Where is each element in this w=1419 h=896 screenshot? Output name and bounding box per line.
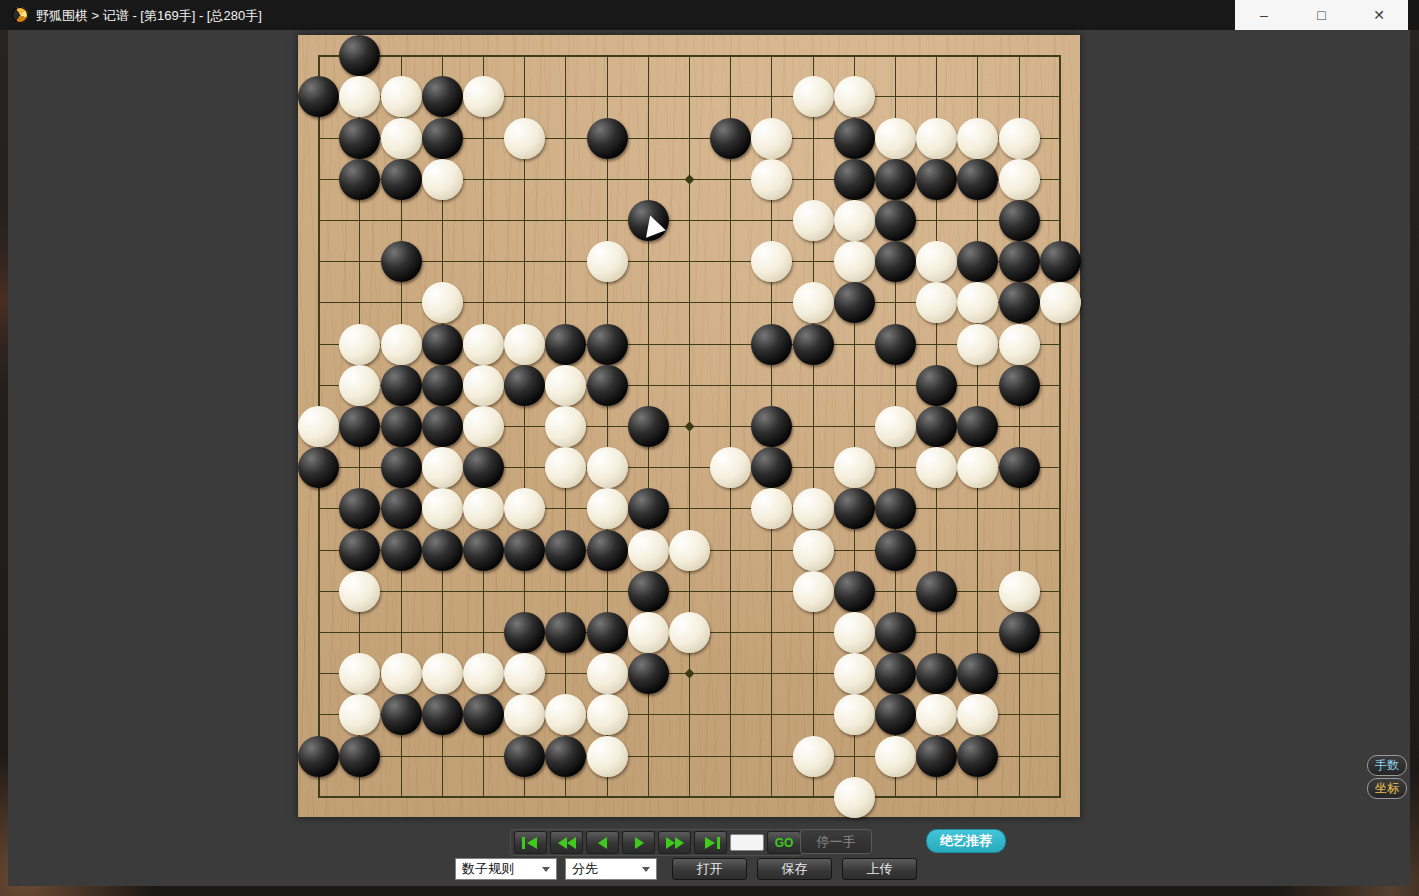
nav-jump-start-button[interactable]	[514, 831, 547, 854]
black-stone	[628, 571, 669, 612]
white-stone	[751, 159, 792, 200]
black-stone	[381, 447, 422, 488]
white-stone	[793, 530, 834, 571]
black-stone	[381, 488, 422, 529]
white-stone	[545, 694, 586, 735]
black-stone	[339, 530, 380, 571]
black-stone	[875, 241, 916, 282]
white-stone	[339, 365, 380, 406]
maximize-button[interactable]: □	[1293, 0, 1351, 30]
jump-start-icon	[519, 835, 543, 851]
black-stone	[422, 118, 463, 159]
black-stone	[957, 406, 998, 447]
grid-line-vertical	[1059, 55, 1061, 799]
fast-backward-icon	[555, 835, 579, 851]
white-stone	[875, 736, 916, 777]
go-button[interactable]: GO	[767, 831, 801, 854]
white-stone	[957, 282, 998, 323]
grid-line-vertical	[730, 55, 731, 799]
white-stone	[339, 694, 380, 735]
white-stone	[422, 447, 463, 488]
white-stone	[381, 324, 422, 365]
black-stone	[751, 406, 792, 447]
black-stone	[875, 530, 916, 571]
white-stone	[587, 736, 628, 777]
white-stone	[545, 365, 586, 406]
white-stone	[916, 118, 957, 159]
black-stone	[834, 118, 875, 159]
black-stone	[628, 406, 669, 447]
black-stone	[834, 159, 875, 200]
white-stone	[875, 406, 916, 447]
white-stone	[999, 324, 1040, 365]
white-stone	[751, 241, 792, 282]
black-stone	[875, 324, 916, 365]
white-stone	[999, 118, 1040, 159]
white-stone	[339, 324, 380, 365]
white-stone	[793, 200, 834, 241]
white-stone	[1040, 282, 1081, 323]
white-stone	[463, 365, 504, 406]
black-stone	[587, 365, 628, 406]
black-stone	[422, 324, 463, 365]
white-stone	[834, 447, 875, 488]
black-stone	[1040, 241, 1081, 282]
black-stone	[793, 324, 834, 365]
black-stone	[381, 694, 422, 735]
black-stone	[957, 653, 998, 694]
nav-fast-forward-button[interactable]	[658, 831, 691, 854]
black-stone	[422, 406, 463, 447]
save-button[interactable]: 保存	[757, 858, 832, 880]
white-stone	[587, 653, 628, 694]
black-stone	[587, 612, 628, 653]
black-stone	[916, 406, 957, 447]
black-stone	[587, 324, 628, 365]
white-stone	[504, 118, 545, 159]
black-stone	[875, 200, 916, 241]
white-stone	[381, 76, 422, 117]
black-stone	[875, 612, 916, 653]
foxgo-logo-icon	[12, 7, 28, 23]
white-stone	[916, 447, 957, 488]
grid-line-vertical	[813, 55, 814, 799]
white-stone	[545, 406, 586, 447]
black-stone	[339, 406, 380, 447]
white-stone	[422, 159, 463, 200]
titlebar-edge	[1408, 0, 1419, 30]
white-stone	[587, 447, 628, 488]
white-stone	[422, 653, 463, 694]
white-stone	[628, 612, 669, 653]
rules-dropdown-value: 数子规则	[462, 860, 514, 878]
white-stone	[422, 488, 463, 529]
black-stone	[381, 365, 422, 406]
white-stone	[587, 488, 628, 529]
white-stone	[669, 530, 710, 571]
black-stone	[381, 530, 422, 571]
white-stone	[793, 571, 834, 612]
white-stone	[628, 530, 669, 571]
black-stone	[999, 447, 1040, 488]
black-stone	[751, 324, 792, 365]
black-stone	[339, 159, 380, 200]
black-stone	[463, 447, 504, 488]
black-stone	[339, 118, 380, 159]
black-stone	[834, 282, 875, 323]
white-stone	[751, 118, 792, 159]
white-stone	[504, 324, 545, 365]
white-stone	[463, 653, 504, 694]
step-forward-icon	[627, 835, 651, 851]
white-stone	[339, 653, 380, 694]
black-stone	[381, 406, 422, 447]
black-stone	[957, 159, 998, 200]
white-stone	[339, 76, 380, 117]
ai-recommend-button[interactable]: 绝艺推荐	[926, 829, 1006, 853]
black-stone	[463, 530, 504, 571]
white-stone	[504, 694, 545, 735]
white-stone	[875, 118, 916, 159]
black-stone	[875, 159, 916, 200]
chevron-down-icon	[542, 867, 550, 872]
white-stone	[916, 694, 957, 735]
white-stone	[298, 406, 339, 447]
app-main: GO 停一手 绝艺推荐 数子规则 分先 打开 保存 上传 手数 坐标	[8, 30, 1410, 886]
black-stone	[916, 653, 957, 694]
pass-button[interactable]: 停一手	[800, 829, 872, 854]
black-stone	[298, 447, 339, 488]
window-caption-buttons: – □ ✕	[1235, 0, 1408, 30]
white-stone	[463, 488, 504, 529]
white-stone	[834, 241, 875, 282]
open-button[interactable]: 打开	[672, 858, 747, 880]
black-stone	[545, 324, 586, 365]
white-stone	[381, 653, 422, 694]
white-stone	[834, 777, 875, 818]
white-stone	[793, 282, 834, 323]
black-stone	[916, 159, 957, 200]
upload-button[interactable]: 上传	[842, 858, 917, 880]
white-stone	[793, 736, 834, 777]
white-stone	[793, 76, 834, 117]
black-stone	[999, 365, 1040, 406]
white-stone	[834, 653, 875, 694]
go-board[interactable]	[298, 35, 1080, 817]
black-stone	[339, 35, 380, 76]
black-stone	[999, 612, 1040, 653]
handicap-dropdown-value: 分先	[572, 860, 598, 878]
star-point	[684, 669, 694, 679]
nav-jump-end-button[interactable]	[694, 831, 727, 854]
white-stone	[999, 571, 1040, 612]
move-numbers-toggle[interactable]: 手数	[1367, 755, 1407, 776]
white-stone	[504, 488, 545, 529]
white-stone	[463, 76, 504, 117]
last-move-stone	[628, 200, 669, 241]
black-stone	[422, 694, 463, 735]
black-stone	[504, 365, 545, 406]
white-stone	[545, 447, 586, 488]
black-stone	[875, 488, 916, 529]
white-stone	[669, 612, 710, 653]
black-stone	[339, 488, 380, 529]
white-stone	[957, 694, 998, 735]
black-stone	[504, 736, 545, 777]
white-stone	[834, 612, 875, 653]
white-stone	[463, 324, 504, 365]
white-stone	[834, 76, 875, 117]
move-number-input[interactable]	[730, 834, 764, 851]
black-stone	[298, 76, 339, 117]
white-stone	[463, 406, 504, 447]
step-backward-icon	[591, 835, 615, 851]
white-stone	[339, 571, 380, 612]
black-stone	[628, 653, 669, 694]
black-stone	[834, 488, 875, 529]
black-stone	[422, 530, 463, 571]
black-stone	[587, 118, 628, 159]
white-stone	[504, 653, 545, 694]
black-stone	[957, 736, 998, 777]
black-stone	[422, 76, 463, 117]
window-title: 野狐围棋 > 记谱 - [第169手] - [总280手]	[36, 7, 262, 25]
black-stone	[916, 736, 957, 777]
white-stone	[957, 118, 998, 159]
black-stone	[298, 736, 339, 777]
chevron-down-icon	[642, 867, 650, 872]
black-stone	[751, 447, 792, 488]
white-stone	[834, 200, 875, 241]
white-stone	[916, 241, 957, 282]
coordinates-toggle[interactable]: 坐标	[1367, 778, 1407, 799]
black-stone	[957, 241, 998, 282]
white-stone	[710, 447, 751, 488]
black-stone	[381, 241, 422, 282]
white-stone	[957, 324, 998, 365]
black-stone	[834, 571, 875, 612]
nav-step-backward-button[interactable]	[586, 831, 619, 854]
black-stone	[916, 365, 957, 406]
last-move-marker-icon	[628, 200, 669, 241]
white-stone	[999, 159, 1040, 200]
nav-step-forward-button[interactable]	[622, 831, 655, 854]
black-stone	[504, 612, 545, 653]
black-stone	[381, 159, 422, 200]
white-stone	[381, 118, 422, 159]
black-stone	[875, 694, 916, 735]
close-button[interactable]: ✕	[1350, 0, 1408, 30]
black-stone	[875, 653, 916, 694]
white-stone	[587, 694, 628, 735]
black-stone	[545, 612, 586, 653]
nav-fast-backward-button[interactable]	[550, 831, 583, 854]
black-stone	[916, 571, 957, 612]
white-stone	[751, 488, 792, 529]
replay-navigation: GO	[510, 829, 805, 856]
fast-forward-icon	[663, 835, 687, 851]
black-stone	[545, 530, 586, 571]
jump-end-icon	[699, 835, 723, 851]
black-stone	[422, 365, 463, 406]
black-stone	[545, 736, 586, 777]
black-stone	[339, 736, 380, 777]
black-stone	[999, 241, 1040, 282]
star-point	[684, 421, 694, 431]
grid-line-horizontal	[318, 796, 1062, 798]
white-stone	[793, 488, 834, 529]
rules-dropdown[interactable]: 数子规则	[455, 858, 557, 880]
white-stone	[587, 241, 628, 282]
black-stone	[710, 118, 751, 159]
black-stone	[504, 530, 545, 571]
black-stone	[999, 282, 1040, 323]
black-stone	[999, 200, 1040, 241]
minimize-button[interactable]: –	[1235, 0, 1293, 30]
titlebar: 野狐围棋 > 记谱 - [第169手] - [总280手] – □ ✕	[0, 0, 1419, 30]
black-stone	[463, 694, 504, 735]
black-stone	[628, 488, 669, 529]
handicap-dropdown[interactable]: 分先	[565, 858, 657, 880]
white-stone	[916, 282, 957, 323]
white-stone	[422, 282, 463, 323]
white-stone	[957, 447, 998, 488]
white-stone	[834, 694, 875, 735]
star-point	[684, 174, 694, 184]
black-stone	[587, 530, 628, 571]
